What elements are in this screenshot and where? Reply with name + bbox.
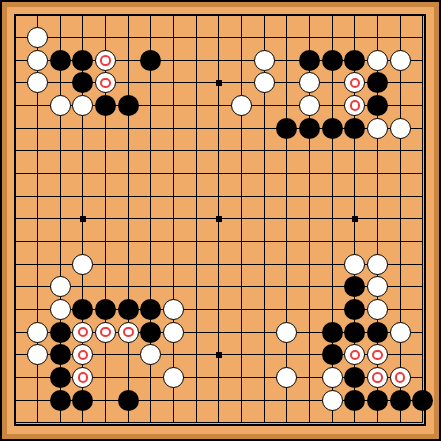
- intersection[interactable]: [117, 185, 140, 208]
- intersection[interactable]: [117, 94, 140, 117]
- intersection[interactable]: [230, 26, 253, 49]
- intersection[interactable]: [344, 162, 367, 185]
- intersection[interactable]: [94, 4, 117, 27]
- intersection[interactable]: [298, 344, 321, 367]
- intersection[interactable]: [276, 230, 299, 253]
- intersection[interactable]: [94, 140, 117, 163]
- intersection[interactable]: [4, 140, 27, 163]
- intersection[interactable]: [72, 298, 95, 321]
- intersection[interactable]: [26, 4, 49, 27]
- intersection[interactable]: [230, 117, 253, 140]
- intersection[interactable]: [344, 344, 367, 367]
- intersection[interactable]: [140, 276, 163, 299]
- intersection[interactable]: [208, 276, 231, 299]
- intersection[interactable]: [140, 185, 163, 208]
- intersection[interactable]: [208, 117, 231, 140]
- intersection[interactable]: [185, 208, 208, 231]
- intersection[interactable]: [185, 94, 208, 117]
- intersection[interactable]: [321, 117, 344, 140]
- intersection[interactable]: [411, 389, 434, 412]
- intersection[interactable]: [253, 72, 276, 95]
- intersection[interactable]: [298, 253, 321, 276]
- intersection[interactable]: [140, 321, 163, 344]
- intersection[interactable]: [366, 253, 389, 276]
- intersection[interactable]: [140, 389, 163, 412]
- intersection[interactable]: [162, 185, 185, 208]
- intersection[interactable]: [230, 366, 253, 389]
- intersection[interactable]: [344, 366, 367, 389]
- intersection[interactable]: [162, 49, 185, 72]
- intersection[interactable]: [162, 298, 185, 321]
- intersection[interactable]: [117, 140, 140, 163]
- intersection[interactable]: [4, 185, 27, 208]
- intersection[interactable]: [366, 230, 389, 253]
- intersection[interactable]: [389, 72, 412, 95]
- intersection[interactable]: [230, 253, 253, 276]
- intersection[interactable]: [162, 276, 185, 299]
- intersection[interactable]: [389, 49, 412, 72]
- intersection[interactable]: [72, 162, 95, 185]
- intersection[interactable]: [26, 185, 49, 208]
- intersection[interactable]: [411, 411, 434, 434]
- intersection[interactable]: [4, 208, 27, 231]
- intersection[interactable]: [344, 321, 367, 344]
- intersection[interactable]: [94, 253, 117, 276]
- intersection[interactable]: [185, 162, 208, 185]
- intersection[interactable]: [208, 366, 231, 389]
- intersection[interactable]: [230, 162, 253, 185]
- intersection[interactable]: [162, 389, 185, 412]
- intersection[interactable]: [411, 140, 434, 163]
- intersection[interactable]: [185, 140, 208, 163]
- intersection[interactable]: [26, 298, 49, 321]
- intersection[interactable]: [49, 72, 72, 95]
- intersection[interactable]: [162, 321, 185, 344]
- intersection[interactable]: [321, 72, 344, 95]
- intersection[interactable]: [253, 208, 276, 231]
- intersection[interactable]: [4, 4, 27, 27]
- intersection[interactable]: [117, 162, 140, 185]
- intersection[interactable]: [298, 389, 321, 412]
- intersection[interactable]: [276, 140, 299, 163]
- intersection[interactable]: [140, 49, 163, 72]
- intersection[interactable]: [140, 230, 163, 253]
- intersection[interactable]: [162, 253, 185, 276]
- intersection[interactable]: [344, 4, 367, 27]
- intersection[interactable]: [49, 26, 72, 49]
- intersection[interactable]: [185, 321, 208, 344]
- intersection[interactable]: [162, 26, 185, 49]
- intersection[interactable]: [140, 117, 163, 140]
- intersection[interactable]: [26, 26, 49, 49]
- intersection[interactable]: [321, 276, 344, 299]
- intersection[interactable]: [72, 4, 95, 27]
- intersection[interactable]: [49, 276, 72, 299]
- intersection[interactable]: [185, 185, 208, 208]
- intersection[interactable]: [94, 162, 117, 185]
- intersection[interactable]: [94, 230, 117, 253]
- intersection[interactable]: [94, 185, 117, 208]
- intersection[interactable]: [185, 344, 208, 367]
- intersection[interactable]: [49, 208, 72, 231]
- intersection[interactable]: [162, 162, 185, 185]
- intersection[interactable]: [389, 276, 412, 299]
- intersection[interactable]: [140, 366, 163, 389]
- intersection[interactable]: [411, 26, 434, 49]
- intersection[interactable]: [344, 26, 367, 49]
- intersection[interactable]: [49, 366, 72, 389]
- intersection[interactable]: [344, 276, 367, 299]
- intersection[interactable]: [253, 366, 276, 389]
- intersection[interactable]: [321, 162, 344, 185]
- intersection[interactable]: [389, 4, 412, 27]
- intersection[interactable]: [162, 411, 185, 434]
- intersection[interactable]: [366, 185, 389, 208]
- intersection[interactable]: [230, 72, 253, 95]
- intersection[interactable]: [321, 230, 344, 253]
- intersection[interactable]: [4, 253, 27, 276]
- intersection[interactable]: [366, 140, 389, 163]
- intersection[interactable]: [389, 185, 412, 208]
- intersection[interactable]: [230, 411, 253, 434]
- intersection[interactable]: [140, 208, 163, 231]
- intersection[interactable]: [140, 411, 163, 434]
- intersection[interactable]: [366, 94, 389, 117]
- intersection[interactable]: [276, 208, 299, 231]
- intersection[interactable]: [230, 389, 253, 412]
- intersection[interactable]: [344, 253, 367, 276]
- intersection[interactable]: [94, 366, 117, 389]
- intersection[interactable]: [389, 162, 412, 185]
- intersection[interactable]: [185, 230, 208, 253]
- intersection[interactable]: [344, 49, 367, 72]
- intersection[interactable]: [411, 185, 434, 208]
- intersection[interactable]: [230, 185, 253, 208]
- intersection[interactable]: [389, 230, 412, 253]
- intersection[interactable]: [253, 49, 276, 72]
- intersection[interactable]: [366, 117, 389, 140]
- intersection[interactable]: [49, 185, 72, 208]
- intersection[interactable]: [162, 230, 185, 253]
- intersection[interactable]: [94, 411, 117, 434]
- intersection[interactable]: [208, 26, 231, 49]
- intersection[interactable]: [230, 4, 253, 27]
- intersection[interactable]: [389, 140, 412, 163]
- intersection[interactable]: [72, 321, 95, 344]
- intersection[interactable]: [185, 117, 208, 140]
- intersection[interactable]: [208, 49, 231, 72]
- intersection[interactable]: [94, 49, 117, 72]
- intersection[interactable]: [344, 298, 367, 321]
- intersection[interactable]: [321, 344, 344, 367]
- intersection[interactable]: [49, 321, 72, 344]
- intersection[interactable]: [72, 253, 95, 276]
- intersection[interactable]: [298, 162, 321, 185]
- intersection[interactable]: [49, 253, 72, 276]
- intersection[interactable]: [185, 26, 208, 49]
- intersection[interactable]: [298, 321, 321, 344]
- intersection[interactable]: [72, 117, 95, 140]
- intersection[interactable]: [321, 411, 344, 434]
- intersection[interactable]: [389, 366, 412, 389]
- intersection[interactable]: [366, 321, 389, 344]
- intersection[interactable]: [94, 208, 117, 231]
- intersection[interactable]: [276, 321, 299, 344]
- intersection[interactable]: [4, 230, 27, 253]
- intersection[interactable]: [72, 389, 95, 412]
- intersection[interactable]: [94, 94, 117, 117]
- intersection[interactable]: [389, 117, 412, 140]
- intersection[interactable]: [411, 162, 434, 185]
- intersection[interactable]: [140, 253, 163, 276]
- intersection[interactable]: [253, 321, 276, 344]
- intersection[interactable]: [72, 230, 95, 253]
- intersection[interactable]: [411, 344, 434, 367]
- intersection[interactable]: [276, 298, 299, 321]
- intersection[interactable]: [185, 366, 208, 389]
- intersection[interactable]: [26, 49, 49, 72]
- intersection[interactable]: [94, 117, 117, 140]
- intersection[interactable]: [49, 4, 72, 27]
- intersection[interactable]: [411, 4, 434, 27]
- intersection[interactable]: [253, 411, 276, 434]
- intersection[interactable]: [298, 276, 321, 299]
- intersection[interactable]: [344, 185, 367, 208]
- intersection[interactable]: [298, 140, 321, 163]
- intersection[interactable]: [253, 389, 276, 412]
- intersection[interactable]: [298, 72, 321, 95]
- intersection[interactable]: [276, 389, 299, 412]
- intersection[interactable]: [185, 389, 208, 412]
- intersection[interactable]: [253, 344, 276, 367]
- intersection[interactable]: [366, 366, 389, 389]
- intersection[interactable]: [253, 140, 276, 163]
- intersection[interactable]: [276, 253, 299, 276]
- intersection[interactable]: [253, 298, 276, 321]
- intersection[interactable]: [230, 321, 253, 344]
- intersection[interactable]: [321, 208, 344, 231]
- intersection[interactable]: [26, 72, 49, 95]
- intersection[interactable]: [411, 72, 434, 95]
- intersection[interactable]: [344, 411, 367, 434]
- intersection[interactable]: [185, 72, 208, 95]
- intersection[interactable]: [117, 276, 140, 299]
- intersection[interactable]: [72, 26, 95, 49]
- intersection[interactable]: [389, 321, 412, 344]
- intersection[interactable]: [276, 49, 299, 72]
- intersection[interactable]: [49, 117, 72, 140]
- intersection[interactable]: [162, 366, 185, 389]
- intersection[interactable]: [253, 4, 276, 27]
- intersection[interactable]: [140, 162, 163, 185]
- intersection[interactable]: [72, 140, 95, 163]
- intersection[interactable]: [26, 366, 49, 389]
- intersection[interactable]: [94, 321, 117, 344]
- intersection[interactable]: [276, 94, 299, 117]
- intersection[interactable]: [298, 230, 321, 253]
- intersection[interactable]: [321, 253, 344, 276]
- intersection[interactable]: [140, 140, 163, 163]
- intersection[interactable]: [276, 4, 299, 27]
- intersection[interactable]: [4, 117, 27, 140]
- intersection[interactable]: [49, 94, 72, 117]
- intersection[interactable]: [117, 411, 140, 434]
- intersection[interactable]: [4, 321, 27, 344]
- intersection[interactable]: [411, 208, 434, 231]
- intersection[interactable]: [389, 389, 412, 412]
- intersection[interactable]: [26, 253, 49, 276]
- intersection[interactable]: [253, 253, 276, 276]
- intersection[interactable]: [366, 49, 389, 72]
- intersection[interactable]: [162, 4, 185, 27]
- intersection[interactable]: [344, 140, 367, 163]
- intersection[interactable]: [411, 276, 434, 299]
- intersection[interactable]: [94, 26, 117, 49]
- intersection[interactable]: [117, 208, 140, 231]
- intersection[interactable]: [411, 253, 434, 276]
- intersection[interactable]: [389, 94, 412, 117]
- intersection[interactable]: [344, 389, 367, 412]
- intersection[interactable]: [389, 298, 412, 321]
- intersection[interactable]: [162, 140, 185, 163]
- intersection[interactable]: [4, 389, 27, 412]
- intersection[interactable]: [230, 230, 253, 253]
- intersection[interactable]: [366, 4, 389, 27]
- intersection[interactable]: [321, 49, 344, 72]
- intersection[interactable]: [4, 411, 27, 434]
- intersection[interactable]: [72, 276, 95, 299]
- intersection[interactable]: [4, 276, 27, 299]
- intersection[interactable]: [72, 49, 95, 72]
- intersection[interactable]: [26, 344, 49, 367]
- intersection[interactable]: [26, 276, 49, 299]
- intersection[interactable]: [49, 298, 72, 321]
- intersection[interactable]: [49, 389, 72, 412]
- intersection[interactable]: [276, 366, 299, 389]
- intersection[interactable]: [4, 344, 27, 367]
- intersection[interactable]: [26, 208, 49, 231]
- intersection[interactable]: [344, 72, 367, 95]
- intersection[interactable]: [321, 389, 344, 412]
- intersection[interactable]: [26, 140, 49, 163]
- intersection[interactable]: [140, 298, 163, 321]
- intersection[interactable]: [49, 140, 72, 163]
- intersection[interactable]: [230, 49, 253, 72]
- intersection[interactable]: [26, 411, 49, 434]
- intersection[interactable]: [185, 276, 208, 299]
- intersection[interactable]: [411, 321, 434, 344]
- intersection[interactable]: [276, 344, 299, 367]
- intersection[interactable]: [117, 298, 140, 321]
- intersection[interactable]: [140, 26, 163, 49]
- intersection[interactable]: [321, 321, 344, 344]
- intersection[interactable]: [26, 117, 49, 140]
- intersection[interactable]: [366, 276, 389, 299]
- intersection[interactable]: [253, 185, 276, 208]
- intersection[interactable]: [298, 26, 321, 49]
- intersection[interactable]: [185, 253, 208, 276]
- intersection[interactable]: [117, 230, 140, 253]
- intersection[interactable]: [321, 366, 344, 389]
- intersection[interactable]: [117, 344, 140, 367]
- intersection[interactable]: [26, 321, 49, 344]
- intersection[interactable]: [208, 140, 231, 163]
- intersection[interactable]: [411, 94, 434, 117]
- intersection[interactable]: [140, 94, 163, 117]
- intersection[interactable]: [298, 94, 321, 117]
- intersection[interactable]: [411, 366, 434, 389]
- intersection[interactable]: [208, 321, 231, 344]
- intersection[interactable]: [298, 4, 321, 27]
- intersection[interactable]: [4, 49, 27, 72]
- intersection[interactable]: [344, 117, 367, 140]
- intersection[interactable]: [276, 72, 299, 95]
- intersection[interactable]: [389, 253, 412, 276]
- intersection[interactable]: [49, 162, 72, 185]
- intersection[interactable]: [162, 94, 185, 117]
- intersection[interactable]: [72, 344, 95, 367]
- intersection[interactable]: [321, 185, 344, 208]
- intersection[interactable]: [140, 72, 163, 95]
- intersection[interactable]: [117, 49, 140, 72]
- intersection[interactable]: [298, 117, 321, 140]
- intersection[interactable]: [208, 411, 231, 434]
- intersection[interactable]: [4, 72, 27, 95]
- intersection[interactable]: [230, 208, 253, 231]
- intersection[interactable]: [366, 298, 389, 321]
- intersection[interactable]: [253, 26, 276, 49]
- intersection[interactable]: [4, 26, 27, 49]
- intersection[interactable]: [298, 208, 321, 231]
- intersection[interactable]: [185, 4, 208, 27]
- intersection[interactable]: [162, 208, 185, 231]
- intersection[interactable]: [253, 94, 276, 117]
- intersection[interactable]: [389, 26, 412, 49]
- intersection[interactable]: [276, 26, 299, 49]
- intersection[interactable]: [253, 230, 276, 253]
- intersection[interactable]: [49, 411, 72, 434]
- intersection[interactable]: [4, 162, 27, 185]
- intersection[interactable]: [26, 389, 49, 412]
- intersection[interactable]: [162, 344, 185, 367]
- intersection[interactable]: [208, 389, 231, 412]
- intersection[interactable]: [253, 276, 276, 299]
- intersection[interactable]: [72, 411, 95, 434]
- intersection[interactable]: [185, 411, 208, 434]
- intersection[interactable]: [94, 389, 117, 412]
- intersection[interactable]: [411, 117, 434, 140]
- intersection[interactable]: [321, 26, 344, 49]
- intersection[interactable]: [389, 411, 412, 434]
- intersection[interactable]: [208, 298, 231, 321]
- intersection[interactable]: [208, 4, 231, 27]
- intersection[interactable]: [117, 72, 140, 95]
- intersection[interactable]: [321, 94, 344, 117]
- intersection[interactable]: [117, 26, 140, 49]
- intersection[interactable]: [366, 389, 389, 412]
- intersection[interactable]: [366, 208, 389, 231]
- intersection[interactable]: [276, 185, 299, 208]
- intersection[interactable]: [117, 4, 140, 27]
- intersection[interactable]: [230, 298, 253, 321]
- intersection[interactable]: [140, 344, 163, 367]
- intersection[interactable]: [411, 298, 434, 321]
- intersection[interactable]: [366, 162, 389, 185]
- intersection[interactable]: [4, 366, 27, 389]
- intersection[interactable]: [162, 72, 185, 95]
- intersection[interactable]: [298, 185, 321, 208]
- intersection[interactable]: [230, 140, 253, 163]
